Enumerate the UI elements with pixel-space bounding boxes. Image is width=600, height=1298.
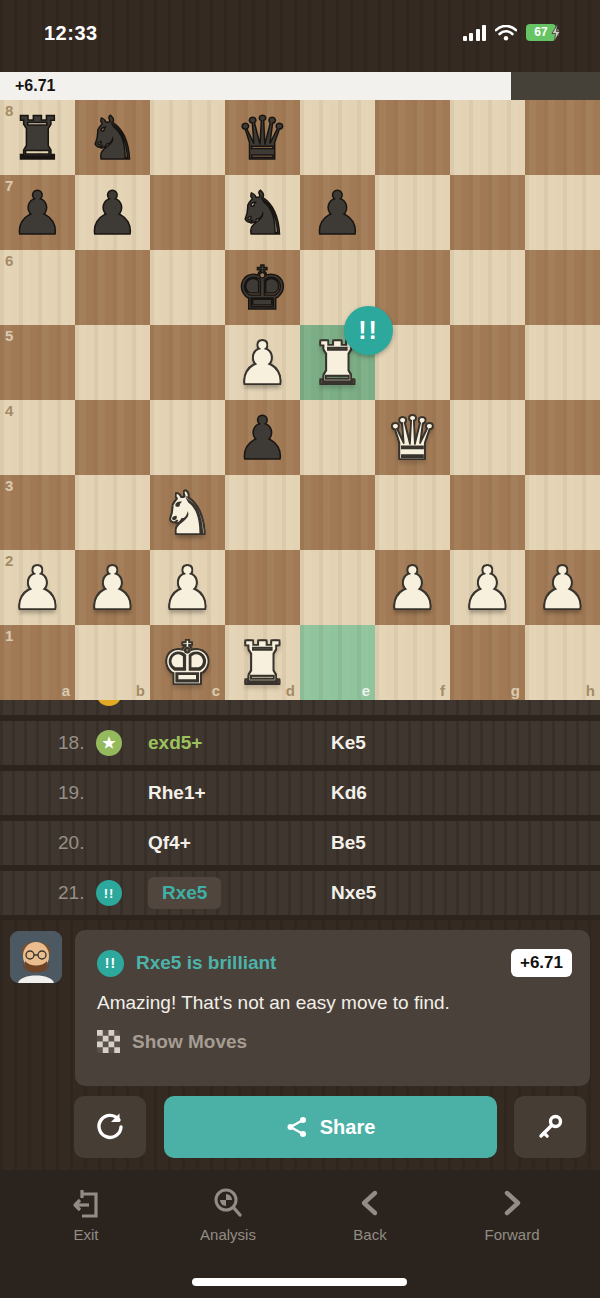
rank-label-3: 3 xyxy=(5,477,13,494)
square-f8[interactable] xyxy=(375,100,450,175)
square-b6[interactable] xyxy=(75,250,150,325)
white-move[interactable]: Rxe5 xyxy=(136,877,331,909)
move-row-21: 21.!!Rxe5Nxe5 xyxy=(0,871,600,915)
exit-icon xyxy=(69,1186,103,1220)
white-move[interactable]: Rhe1+ xyxy=(136,782,331,804)
good-move-icon: ! xyxy=(96,700,122,706)
square-b8[interactable]: ♞ xyxy=(75,100,150,175)
file-label-b: b xyxy=(136,682,145,699)
rank-label-1: 1 xyxy=(5,627,13,644)
key-icon xyxy=(535,1112,565,1142)
white-move[interactable]: exd5+ xyxy=(136,732,331,754)
chevron-right-icon xyxy=(497,1186,527,1220)
square-f2[interactable]: ♟ xyxy=(375,550,450,625)
square-b7[interactable]: ♟ xyxy=(75,175,150,250)
rank-label-2: 2 xyxy=(5,552,13,569)
square-h3[interactable] xyxy=(525,475,600,550)
piece-white-pawn-d5[interactable]: ♟ xyxy=(225,325,300,400)
battery-icon: 67 xyxy=(526,24,560,41)
clock: 12:33 xyxy=(44,22,98,45)
square-e1[interactable]: e xyxy=(300,625,375,700)
piece-white-rook-e5[interactable]: ♜ xyxy=(300,325,375,400)
square-g5[interactable] xyxy=(450,325,525,400)
square-d4[interactable]: ♟ xyxy=(225,400,300,475)
piece-black-king-d6[interactable]: ♚ xyxy=(225,250,300,325)
move-row-17: 17.! xyxy=(0,700,600,715)
square-g8[interactable] xyxy=(450,100,525,175)
best-move-icon: ★ xyxy=(96,730,122,756)
black-move[interactable]: Kd6 xyxy=(331,782,600,804)
coach-avatar xyxy=(10,931,62,983)
square-f7[interactable] xyxy=(375,175,450,250)
nav-back-label: Back xyxy=(353,1226,386,1243)
square-g4[interactable] xyxy=(450,400,525,475)
square-g7[interactable] xyxy=(450,175,525,250)
file-label-c: c xyxy=(212,682,220,699)
piece-white-pawn-f2[interactable]: ♟ xyxy=(375,550,450,625)
piece-white-pawn-c2[interactable]: ♟ xyxy=(150,550,225,625)
retry-button[interactable] xyxy=(74,1096,146,1158)
square-e4[interactable] xyxy=(300,400,375,475)
square-f5[interactable] xyxy=(375,325,450,400)
charging-bolt-icon xyxy=(550,24,562,41)
move-number: 17. xyxy=(58,700,96,704)
square-e2[interactable] xyxy=(300,550,375,625)
analysis-card: !! Rxe5 is brilliant +6.71 Amazing! That… xyxy=(75,930,590,1086)
evaluation-bar: +6.71 xyxy=(0,72,600,100)
square-f3[interactable] xyxy=(375,475,450,550)
square-g2[interactable]: ♟ xyxy=(450,550,525,625)
file-label-g: g xyxy=(511,682,520,699)
chevron-left-icon xyxy=(355,1186,385,1220)
file-label-h: h xyxy=(586,682,595,699)
rank-label-4: 4 xyxy=(5,402,13,419)
square-h8[interactable] xyxy=(525,100,600,175)
square-a1[interactable]: 1a xyxy=(0,625,75,700)
file-label-e: e xyxy=(362,682,370,699)
piece-white-queen-f4[interactable]: ♛ xyxy=(375,400,450,475)
square-d7[interactable]: ♞ xyxy=(225,175,300,250)
file-label-a: a xyxy=(62,682,70,699)
show-moves-button[interactable]: Show Moves xyxy=(97,1030,572,1053)
selected-move-chip[interactable]: Rxe5 xyxy=(148,877,221,909)
square-h6[interactable] xyxy=(525,250,600,325)
share-button[interactable]: Share xyxy=(164,1096,497,1158)
nav-forward-label: Forward xyxy=(484,1226,539,1243)
piece-black-knight-b8[interactable]: ♞ xyxy=(75,100,150,175)
analysis-comment: Amazing! That's not an easy move to find… xyxy=(97,992,572,1014)
square-e3[interactable] xyxy=(300,475,375,550)
square-h2[interactable]: ♟ xyxy=(525,550,600,625)
piece-black-pawn-d4[interactable]: ♟ xyxy=(225,400,300,475)
checkerboard-icon xyxy=(97,1030,120,1053)
rank-label-5: 5 xyxy=(5,327,13,344)
square-c1[interactable]: c♚ xyxy=(150,625,225,700)
square-g6[interactable] xyxy=(450,250,525,325)
piece-white-pawn-h2[interactable]: ♟ xyxy=(525,550,600,625)
signal-icon xyxy=(463,25,487,41)
key-button[interactable] xyxy=(514,1096,586,1158)
piece-black-queen-d8[interactable]: ♛ xyxy=(225,100,300,175)
white-move[interactable]: Qf4+ xyxy=(136,832,331,854)
rank-label-6: 6 xyxy=(5,252,13,269)
move-icon-cell: ★ xyxy=(96,730,136,756)
square-b3[interactable] xyxy=(75,475,150,550)
piece-white-knight-c3[interactable]: ♞ xyxy=(150,475,225,550)
square-c2[interactable]: ♟ xyxy=(150,550,225,625)
square-h4[interactable] xyxy=(525,400,600,475)
move-number: 21. xyxy=(58,882,96,904)
file-label-d: d xyxy=(286,682,295,699)
nav-analysis-label: Analysis xyxy=(200,1226,256,1243)
phone-screen: 12:33 67 +6.71 8♜♞♛7♟♟♞♟6♚5♟♜4♟ xyxy=(0,0,600,1298)
home-indicator[interactable] xyxy=(192,1278,407,1286)
square-d2[interactable] xyxy=(225,550,300,625)
square-d5[interactable]: ♟ xyxy=(225,325,300,400)
square-b5[interactable] xyxy=(75,325,150,400)
action-buttons: Share xyxy=(0,1096,600,1158)
nav-forward[interactable]: Forward xyxy=(441,1170,583,1298)
square-g3[interactable] xyxy=(450,475,525,550)
analysis-section: !! Rxe5 is brilliant +6.71 Amazing! That… xyxy=(0,920,600,1098)
move-row-20: 20.Qf4+Be5 xyxy=(0,821,600,865)
square-h5[interactable] xyxy=(525,325,600,400)
wifi-icon xyxy=(495,25,517,41)
square-a2[interactable]: 2♟ xyxy=(0,550,75,625)
move-number: 20. xyxy=(58,832,96,854)
file-label-f: f xyxy=(440,682,445,699)
rank-label-8: 8 xyxy=(5,102,13,119)
evaluation-value: +6.71 xyxy=(15,77,55,95)
square-e6[interactable] xyxy=(300,250,375,325)
piece-black-pawn-b7[interactable]: ♟ xyxy=(75,175,150,250)
evaluation-bar-white-portion: +6.71 xyxy=(0,72,511,100)
evaluation-badge: +6.71 xyxy=(511,949,572,977)
square-d3[interactable] xyxy=(225,475,300,550)
square-b4[interactable] xyxy=(75,400,150,475)
black-move[interactable]: Nxe5 xyxy=(331,882,600,904)
square-h7[interactable] xyxy=(525,175,600,250)
analysis-icon xyxy=(210,1185,246,1221)
square-e5[interactable]: ♜ xyxy=(300,325,375,400)
share-icon xyxy=(286,1116,308,1138)
brilliant-icon: !! xyxy=(97,950,124,977)
share-label: Share xyxy=(320,1116,376,1139)
square-d6[interactable]: ♚ xyxy=(225,250,300,325)
piece-white-pawn-b2[interactable]: ♟ xyxy=(75,550,150,625)
square-f6[interactable] xyxy=(375,250,450,325)
refresh-icon xyxy=(94,1111,126,1143)
move-row-19: 19.Rhe1+Kd6 xyxy=(0,771,600,815)
square-c7[interactable] xyxy=(150,175,225,250)
analysis-title: Rxe5 is brilliant xyxy=(136,952,276,974)
square-b1[interactable]: b xyxy=(75,625,150,700)
piece-white-pawn-g2[interactable]: ♟ xyxy=(450,550,525,625)
square-c5[interactable] xyxy=(150,325,225,400)
square-a8[interactable]: 8♜ xyxy=(0,100,75,175)
square-c3[interactable]: ♞ xyxy=(150,475,225,550)
square-g1[interactable]: g xyxy=(450,625,525,700)
square-a5[interactable]: 5 xyxy=(0,325,75,400)
status-bar: 12:33 67 xyxy=(0,0,600,72)
piece-black-knight-d7[interactable]: ♞ xyxy=(225,175,300,250)
square-c6[interactable] xyxy=(150,250,225,325)
brilliant-move-icon: !! xyxy=(96,880,122,906)
move-number: 19. xyxy=(58,782,96,804)
square-f4[interactable]: ♛ xyxy=(375,400,450,475)
square-e8[interactable] xyxy=(300,100,375,175)
square-c4[interactable] xyxy=(150,400,225,475)
rank-label-7: 7 xyxy=(5,177,13,194)
square-h1[interactable]: h xyxy=(525,625,600,700)
square-a6[interactable]: 6 xyxy=(0,250,75,325)
move-row-18: 18.★exd5+Ke5 xyxy=(0,721,600,765)
square-d8[interactable]: ♛ xyxy=(225,100,300,175)
square-a7[interactable]: 7♟ xyxy=(0,175,75,250)
move-number: 18. xyxy=(58,732,96,754)
chess-board[interactable]: 8♜♞♛7♟♟♞♟6♚5♟♜4♟♛3♞2♟♟♟♟♟♟1abc♚d♜efgh xyxy=(0,100,600,700)
piece-black-pawn-e7[interactable]: ♟ xyxy=(300,175,375,250)
square-e7[interactable]: ♟ xyxy=(300,175,375,250)
show-moves-label: Show Moves xyxy=(132,1031,247,1053)
square-a3[interactable]: 3 xyxy=(0,475,75,550)
square-a4[interactable]: 4 xyxy=(0,400,75,475)
black-move[interactable]: Ke5 xyxy=(331,732,600,754)
square-b2[interactable]: ♟ xyxy=(75,550,150,625)
move-icon-cell: ! xyxy=(96,700,136,706)
nav-exit-label: Exit xyxy=(73,1226,98,1243)
square-d1[interactable]: d♜ xyxy=(225,625,300,700)
black-move[interactable]: Be5 xyxy=(331,832,600,854)
move-icon-cell: !! xyxy=(96,880,136,906)
move-list[interactable]: 17.!18.★exd5+Ke519.Rhe1+Kd620.Qf4+Be521.… xyxy=(0,700,600,920)
square-f1[interactable]: f xyxy=(375,625,450,700)
nav-exit[interactable]: Exit xyxy=(15,1170,157,1298)
square-c8[interactable] xyxy=(150,100,225,175)
